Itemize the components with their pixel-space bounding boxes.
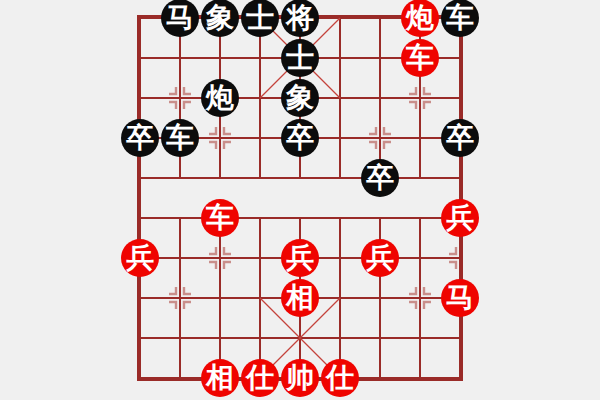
piece-red-soldier[interactable]: 兵 — [281, 239, 319, 277]
xiangqi-board: 马象士将炮车士车炮象卒车卒卒卒车兵兵兵兵相马相仕帅仕 — [0, 0, 600, 400]
piece-red-cannon[interactable]: 炮 — [401, 0, 439, 37]
piece-black-horse[interactable]: 马 — [161, 0, 199, 37]
piece-black-advisor[interactable]: 士 — [241, 0, 279, 37]
piece-black-elephant[interactable]: 象 — [201, 0, 239, 37]
piece-red-soldier[interactable]: 兵 — [121, 239, 159, 277]
piece-black-soldier[interactable]: 卒 — [441, 119, 479, 157]
piece-red-chariot[interactable]: 车 — [201, 199, 239, 237]
piece-red-horse[interactable]: 马 — [441, 279, 479, 317]
piece-black-soldier[interactable]: 卒 — [361, 159, 399, 197]
piece-red-chariot[interactable]: 车 — [401, 39, 439, 77]
piece-black-chariot[interactable]: 车 — [441, 0, 479, 37]
piece-black-soldier[interactable]: 卒 — [121, 119, 159, 157]
piece-black-advisor[interactable]: 士 — [281, 39, 319, 77]
piece-red-elephant[interactable]: 相 — [201, 359, 239, 397]
piece-black-chariot[interactable]: 车 — [161, 119, 199, 157]
piece-red-advisor[interactable]: 仕 — [321, 359, 359, 397]
piece-red-soldier[interactable]: 兵 — [441, 199, 479, 237]
piece-black-elephant[interactable]: 象 — [281, 79, 319, 117]
piece-black-general[interactable]: 将 — [281, 0, 319, 37]
piece-red-advisor[interactable]: 仕 — [241, 359, 279, 397]
piece-black-cannon[interactable]: 炮 — [201, 79, 239, 117]
piece-red-soldier[interactable]: 兵 — [361, 239, 399, 277]
pieces-layer: 马象士将炮车士车炮象卒车卒卒卒车兵兵兵兵相马相仕帅仕 — [0, 0, 600, 400]
piece-black-soldier[interactable]: 卒 — [281, 119, 319, 157]
piece-red-general[interactable]: 帅 — [281, 359, 319, 397]
piece-red-elephant[interactable]: 相 — [281, 279, 319, 317]
